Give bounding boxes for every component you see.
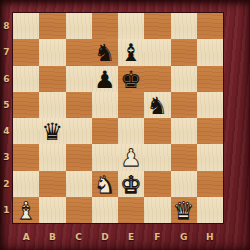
square-a1[interactable]: ♝ (13, 197, 39, 223)
square-g8[interactable] (171, 13, 197, 39)
square-e4[interactable] (118, 118, 144, 144)
square-d4[interactable] (92, 118, 118, 144)
chess-board[interactable]: ♞♝♟♚♞♛♟♞♚♝♛ (13, 13, 223, 223)
rank-label-3: 3 (0, 144, 13, 170)
square-d1[interactable] (92, 197, 118, 223)
square-c6[interactable] (66, 66, 92, 92)
square-h3[interactable] (197, 144, 223, 170)
square-h5[interactable] (197, 92, 223, 118)
square-a6[interactable] (13, 66, 39, 92)
square-c8[interactable] (66, 13, 92, 39)
square-f2[interactable] (144, 171, 170, 197)
square-f7[interactable] (144, 39, 170, 65)
rank-label-8: 8 (0, 13, 13, 39)
piece-black-bishop: ♝ (118, 40, 144, 65)
piece-black-knight: ♞ (92, 40, 118, 65)
rank-label-6: 6 (0, 66, 13, 92)
square-g6[interactable] (171, 66, 197, 92)
square-f8[interactable] (144, 13, 170, 39)
square-e8[interactable] (118, 13, 144, 39)
square-b2[interactable] (39, 171, 65, 197)
rank-label-2: 2 (0, 171, 13, 197)
square-f4[interactable] (144, 118, 170, 144)
file-label-a: A (13, 223, 39, 250)
square-e2[interactable]: ♚ (118, 171, 144, 197)
file-label-g: G (171, 223, 197, 250)
rank-label-4: 4 (0, 118, 13, 144)
square-e1[interactable] (118, 197, 144, 223)
square-h8[interactable] (197, 13, 223, 39)
file-label-e: E (118, 223, 144, 250)
square-g4[interactable] (171, 118, 197, 144)
square-h7[interactable] (197, 39, 223, 65)
rank-label-7: 7 (0, 39, 13, 65)
square-c5[interactable] (66, 92, 92, 118)
square-f6[interactable] (144, 66, 170, 92)
square-b4[interactable]: ♛ (39, 118, 65, 144)
square-h4[interactable] (197, 118, 223, 144)
square-d5[interactable] (92, 92, 118, 118)
rank-label-1: 1 (0, 197, 13, 223)
square-g2[interactable] (171, 171, 197, 197)
piece-black-knight: ♞ (144, 93, 170, 118)
file-label-c: C (66, 223, 92, 250)
square-g5[interactable] (171, 92, 197, 118)
square-b1[interactable] (39, 197, 65, 223)
square-g7[interactable] (171, 39, 197, 65)
square-d2[interactable]: ♞ (92, 171, 118, 197)
square-c1[interactable] (66, 197, 92, 223)
square-f3[interactable] (144, 144, 170, 170)
rank-labels: 87654321 (0, 13, 13, 223)
file-label-d: D (92, 223, 118, 250)
square-a8[interactable] (13, 13, 39, 39)
piece-white-king: ♚ (118, 172, 144, 197)
piece-black-pawn: ♟ (92, 67, 118, 92)
square-a5[interactable] (13, 92, 39, 118)
square-b5[interactable] (39, 92, 65, 118)
square-e5[interactable] (118, 92, 144, 118)
square-a2[interactable] (13, 171, 39, 197)
rank-label-5: 5 (0, 92, 13, 118)
square-c7[interactable] (66, 39, 92, 65)
square-e6[interactable]: ♚ (118, 66, 144, 92)
square-h1[interactable] (197, 197, 223, 223)
piece-white-bishop: ♝ (13, 198, 39, 223)
square-e7[interactable]: ♝ (118, 39, 144, 65)
square-h6[interactable] (197, 66, 223, 92)
piece-black-queen: ♛ (39, 119, 65, 144)
piece-white-queen: ♛ (171, 198, 197, 223)
file-labels: ABCDEFGH (13, 223, 223, 250)
square-e3[interactable]: ♟ (118, 144, 144, 170)
square-b3[interactable] (39, 144, 65, 170)
square-d3[interactable] (92, 144, 118, 170)
square-d6[interactable]: ♟ (92, 66, 118, 92)
square-d8[interactable] (92, 13, 118, 39)
chess-app-window: ♞♝♟♚♞♛♟♞♚♝♛ 87654321 ABCDEFGH (0, 0, 250, 250)
square-b8[interactable] (39, 13, 65, 39)
square-c3[interactable] (66, 144, 92, 170)
square-c2[interactable] (66, 171, 92, 197)
square-g1[interactable]: ♛ (171, 197, 197, 223)
square-g3[interactable] (171, 144, 197, 170)
piece-white-pawn: ♟ (118, 145, 144, 170)
piece-white-knight: ♞ (92, 172, 118, 197)
square-c4[interactable] (66, 118, 92, 144)
file-label-b: B (39, 223, 65, 250)
square-a7[interactable] (13, 39, 39, 65)
square-a3[interactable] (13, 144, 39, 170)
square-b7[interactable] (39, 39, 65, 65)
piece-black-king: ♚ (118, 67, 144, 92)
file-label-h: H (197, 223, 223, 250)
square-f5[interactable]: ♞ (144, 92, 170, 118)
square-d7[interactable]: ♞ (92, 39, 118, 65)
square-h2[interactable] (197, 171, 223, 197)
file-label-f: F (144, 223, 170, 250)
square-a4[interactable] (13, 118, 39, 144)
square-f1[interactable] (144, 197, 170, 223)
square-b6[interactable] (39, 66, 65, 92)
